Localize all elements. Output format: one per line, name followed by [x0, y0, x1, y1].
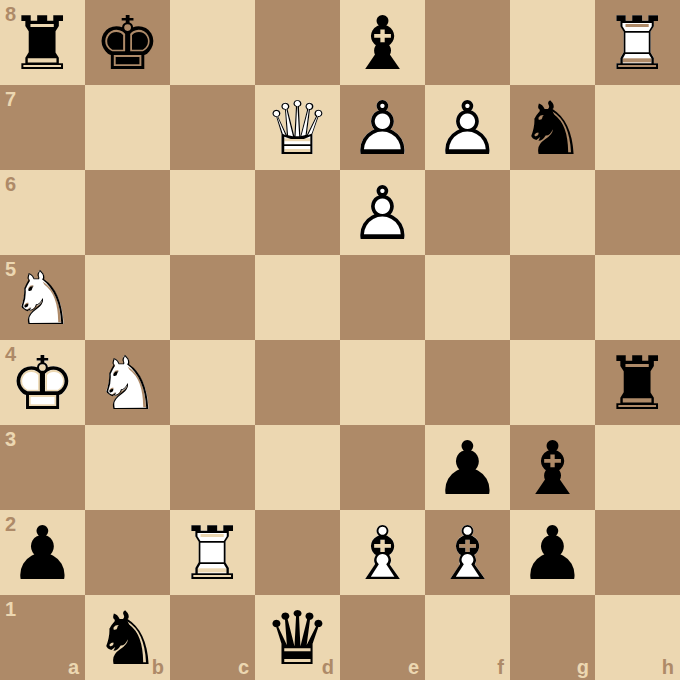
square-d8[interactable] — [255, 0, 340, 85]
black-bishop-icon: ♝ — [340, 0, 425, 85]
piece-white-pawn-e6[interactable]: ♟♙ — [340, 170, 425, 255]
black-bishop-icon: ♝ — [510, 425, 595, 510]
square-g6[interactable] — [510, 170, 595, 255]
square-a5[interactable]: 5♞♘ — [0, 255, 85, 340]
square-d3[interactable] — [255, 425, 340, 510]
square-d7[interactable]: ♛♕ — [255, 85, 340, 170]
rank-label-6: 6 — [5, 174, 16, 194]
rank-label-3: 3 — [5, 429, 16, 449]
square-a6[interactable]: 6 — [0, 170, 85, 255]
square-b3[interactable] — [85, 425, 170, 510]
square-f3[interactable]: ♟ — [425, 425, 510, 510]
black-rook-icon: ♜ — [595, 340, 680, 425]
square-h4[interactable]: ♜ — [595, 340, 680, 425]
black-pawn-icon: ♟ — [510, 510, 595, 595]
square-a7[interactable]: 7 — [0, 85, 85, 170]
square-e6[interactable]: ♟♙ — [340, 170, 425, 255]
piece-white-king-a4[interactable]: ♚♔ — [0, 340, 85, 425]
white-pawn-outline-icon: ♙ — [340, 170, 425, 255]
square-b1[interactable]: b♞ — [85, 595, 170, 680]
square-h7[interactable] — [595, 85, 680, 170]
square-c7[interactable] — [170, 85, 255, 170]
piece-black-rook-a8[interactable]: ♜ — [0, 0, 85, 85]
square-f7[interactable]: ♟♙ — [425, 85, 510, 170]
piece-white-rook-h8[interactable]: ♜♖ — [595, 0, 680, 85]
square-c2[interactable]: ♜♖ — [170, 510, 255, 595]
rank-label-1: 1 — [5, 599, 16, 619]
square-g1[interactable]: g — [510, 595, 595, 680]
black-pawn-icon: ♟ — [0, 510, 85, 595]
square-g7[interactable]: ♞ — [510, 85, 595, 170]
square-b4[interactable]: ♞♘ — [85, 340, 170, 425]
square-b5[interactable] — [85, 255, 170, 340]
piece-white-bishop-f2[interactable]: ♝♗ — [425, 510, 510, 595]
square-h5[interactable] — [595, 255, 680, 340]
piece-black-king-b8[interactable]: ♚ — [85, 0, 170, 85]
square-a3[interactable]: 3 — [0, 425, 85, 510]
black-king-icon: ♚ — [85, 0, 170, 85]
white-pawn-outline-icon: ♙ — [340, 85, 425, 170]
square-e2[interactable]: ♝♗ — [340, 510, 425, 595]
file-label-f: f — [497, 657, 504, 677]
square-f5[interactable] — [425, 255, 510, 340]
square-e5[interactable] — [340, 255, 425, 340]
piece-black-queen-d1[interactable]: ♛ — [255, 595, 340, 680]
white-rook-outline-icon: ♖ — [595, 0, 680, 85]
file-label-a: a — [68, 657, 79, 677]
piece-white-bishop-e2[interactable]: ♝♗ — [340, 510, 425, 595]
square-c4[interactable] — [170, 340, 255, 425]
square-c8[interactable] — [170, 0, 255, 85]
square-b6[interactable] — [85, 170, 170, 255]
piece-white-knight-a5[interactable]: ♞♘ — [0, 255, 85, 340]
square-h2[interactable] — [595, 510, 680, 595]
piece-white-knight-b4[interactable]: ♞♘ — [85, 340, 170, 425]
piece-black-pawn-a2[interactable]: ♟ — [0, 510, 85, 595]
square-h6[interactable] — [595, 170, 680, 255]
black-knight-icon: ♞ — [510, 85, 595, 170]
piece-black-knight-b1[interactable]: ♞ — [85, 595, 170, 680]
piece-black-bishop-e8[interactable]: ♝ — [340, 0, 425, 85]
square-c5[interactable] — [170, 255, 255, 340]
piece-black-pawn-g2[interactable]: ♟ — [510, 510, 595, 595]
square-b2[interactable] — [85, 510, 170, 595]
square-g5[interactable] — [510, 255, 595, 340]
square-f6[interactable] — [425, 170, 510, 255]
square-c6[interactable] — [170, 170, 255, 255]
square-e1[interactable]: e — [340, 595, 425, 680]
square-g8[interactable] — [510, 0, 595, 85]
white-king-outline-icon: ♔ — [0, 340, 85, 425]
square-f1[interactable]: f — [425, 595, 510, 680]
square-e3[interactable] — [340, 425, 425, 510]
square-c3[interactable] — [170, 425, 255, 510]
piece-black-pawn-f3[interactable]: ♟ — [425, 425, 510, 510]
square-a8[interactable]: 8♜ — [0, 0, 85, 85]
white-knight-outline-icon: ♘ — [85, 340, 170, 425]
piece-white-pawn-e7[interactable]: ♟♙ — [340, 85, 425, 170]
square-d2[interactable] — [255, 510, 340, 595]
square-f4[interactable] — [425, 340, 510, 425]
white-knight-outline-icon: ♘ — [0, 255, 85, 340]
square-d4[interactable] — [255, 340, 340, 425]
square-f2[interactable]: ♝♗ — [425, 510, 510, 595]
square-g4[interactable] — [510, 340, 595, 425]
file-label-g: g — [577, 657, 589, 677]
square-c1[interactable]: c — [170, 595, 255, 680]
file-label-c: c — [238, 657, 249, 677]
square-e4[interactable] — [340, 340, 425, 425]
file-label-h: h — [662, 657, 674, 677]
piece-black-rook-h4[interactable]: ♜ — [595, 340, 680, 425]
square-d1[interactable]: d♛ — [255, 595, 340, 680]
square-g3[interactable]: ♝ — [510, 425, 595, 510]
square-a2[interactable]: 2♟ — [0, 510, 85, 595]
rank-label-7: 7 — [5, 89, 16, 109]
piece-white-queen-d7[interactable]: ♛♕ — [255, 85, 340, 170]
piece-black-bishop-g3[interactable]: ♝ — [510, 425, 595, 510]
black-rook-icon: ♜ — [0, 0, 85, 85]
square-h1[interactable]: h — [595, 595, 680, 680]
white-rook-outline-icon: ♖ — [170, 510, 255, 595]
chess-board: 8♜♚♝♜♖7♛♕♟♙♟♙♞6♟♙5♞♘4♚♔♞♘♜3♟♝2♟♜♖♝♗♝♗♟1a… — [0, 0, 680, 680]
black-queen-icon: ♛ — [255, 595, 340, 680]
square-h3[interactable] — [595, 425, 680, 510]
file-label-e: e — [408, 657, 419, 677]
square-a1[interactable]: 1a — [0, 595, 85, 680]
square-d6[interactable] — [255, 170, 340, 255]
square-e8[interactable]: ♝ — [340, 0, 425, 85]
square-a4[interactable]: 4♚♔ — [0, 340, 85, 425]
square-b8[interactable]: ♚ — [85, 0, 170, 85]
piece-black-knight-g7[interactable]: ♞ — [510, 85, 595, 170]
square-d5[interactable] — [255, 255, 340, 340]
piece-white-rook-c2[interactable]: ♜♖ — [170, 510, 255, 595]
white-queen-outline-icon: ♕ — [255, 85, 340, 170]
white-bishop-outline-icon: ♗ — [340, 510, 425, 595]
piece-white-pawn-f7[interactable]: ♟♙ — [425, 85, 510, 170]
square-g2[interactable]: ♟ — [510, 510, 595, 595]
black-knight-icon: ♞ — [85, 595, 170, 680]
white-pawn-outline-icon: ♙ — [425, 85, 510, 170]
square-e7[interactable]: ♟♙ — [340, 85, 425, 170]
square-b7[interactable] — [85, 85, 170, 170]
square-h8[interactable]: ♜♖ — [595, 0, 680, 85]
black-pawn-icon: ♟ — [425, 425, 510, 510]
square-f8[interactable] — [425, 0, 510, 85]
white-bishop-outline-icon: ♗ — [425, 510, 510, 595]
